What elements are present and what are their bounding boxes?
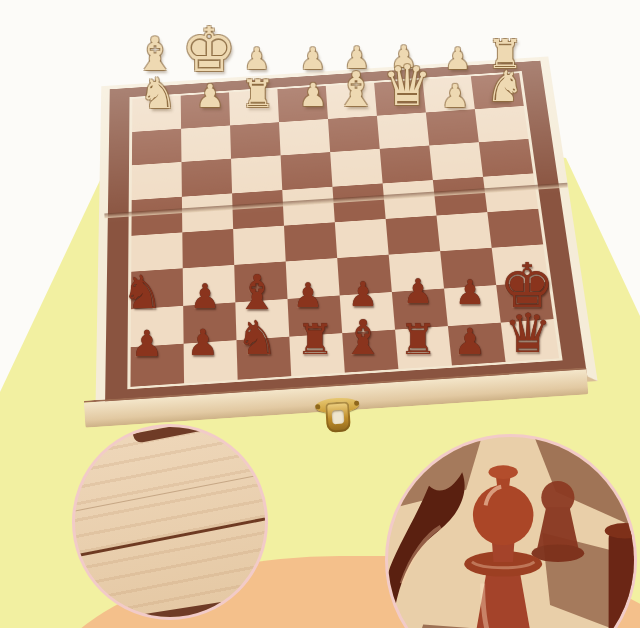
dark-pawn-g3: ♟ [455, 275, 485, 309]
light-rook-c7: ♜ [241, 75, 275, 113]
product-photo-scene: ♟♟♜♟♟♟♝♚♞♟♟♜♝♛♟♞♟♟♟♟♟♞♝♚♟♛♟♞♜♝♜♟ [0, 0, 640, 628]
light-knight-h7: ♞ [486, 66, 524, 108]
light-queen-f7: ♛ [382, 58, 432, 114]
light-pawn-b7: ♟ [196, 80, 225, 112]
dark-bishop-c3: ♝ [235, 268, 278, 316]
dark-knight-a3: ♞ [121, 269, 162, 315]
light-pawn-g8: ♟ [445, 44, 472, 74]
light-king-b8: ♚ [181, 19, 237, 81]
dark-pawn-g2: ♟ [454, 324, 486, 360]
light-knight-a7: ♞ [139, 73, 177, 115]
light-pawn-d7: ♟ [299, 79, 328, 111]
dark-pawn-b2: ♟ [187, 325, 219, 361]
dark-pawn-f3: ♟ [403, 274, 433, 308]
dark-pawn-b3: ♟ [190, 279, 220, 313]
dark-knight-c2: ♞ [236, 314, 278, 361]
light-bishop-e7: ♝ [334, 65, 377, 113]
light-pawn-c8: ♟ [244, 44, 271, 74]
light-pawn-d8: ♟ [300, 44, 327, 74]
dark-bishop-e2: ♝ [341, 313, 384, 361]
dark-queen-h2: ♛ [504, 307, 552, 361]
dark-pawn-d3: ♟ [293, 278, 323, 312]
inset-wood-grain [72, 424, 268, 620]
dark-pawn-e3: ♟ [348, 277, 378, 311]
dark-pawn-a2: ♟ [131, 326, 163, 362]
dark-rook-d2: ♜ [296, 319, 334, 361]
dark-rook-f2: ♜ [399, 319, 437, 361]
light-pawn-g7: ♟ [441, 80, 470, 112]
